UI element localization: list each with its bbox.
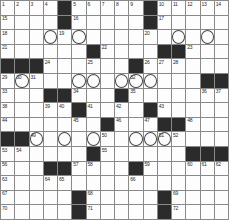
clue-number-68: 68 xyxy=(88,191,93,196)
cell-r12c11[interactable]: 59 xyxy=(144,162,157,176)
cell-r9c11[interactable]: 47 xyxy=(144,118,157,132)
cell-r7c11[interactable] xyxy=(144,89,157,103)
cell-r15c13[interactable]: 72 xyxy=(172,205,185,219)
cell-r2c10[interactable] xyxy=(129,16,142,30)
cell-r10c5[interactable] xyxy=(58,132,71,146)
clue-number-61: 61 xyxy=(202,162,207,167)
crossword-puzzle: 1234567891011121314151617181920212223242… xyxy=(0,0,229,220)
cell-r5c12[interactable]: 27 xyxy=(158,59,171,73)
cell-r3c10[interactable] xyxy=(129,30,142,44)
cell-r15c16[interactable] xyxy=(215,205,228,219)
clue-number-65: 65 xyxy=(59,177,64,182)
black-cell-r15c6 xyxy=(72,205,85,219)
cell-r6c10[interactable]: 32 xyxy=(129,74,142,88)
cell-r11c4[interactable] xyxy=(44,147,57,161)
cell-r3c7[interactable] xyxy=(87,30,100,44)
clue-number-25: 25 xyxy=(88,60,93,65)
cell-r13c5[interactable]: 65 xyxy=(58,176,71,190)
cell-r3c16[interactable] xyxy=(215,30,228,44)
cell-r2c1[interactable]: 15 xyxy=(1,16,14,30)
cell-r14c15[interactable] xyxy=(201,191,214,205)
black-cell-r5c1 xyxy=(1,59,14,73)
clue-number-53: 53 xyxy=(2,148,7,153)
cell-r3c8[interactable] xyxy=(101,30,114,44)
cell-r7c3[interactable] xyxy=(30,89,43,103)
cell-r6c1[interactable]: 29 xyxy=(1,74,14,88)
cell-r10c6[interactable] xyxy=(72,132,85,146)
cell-r14c14[interactable] xyxy=(186,191,199,205)
clue-number-42: 42 xyxy=(116,104,121,109)
circle-marker xyxy=(72,74,85,88)
cell-r7c6[interactable]: 34 xyxy=(72,89,85,103)
cell-r5c16[interactable] xyxy=(215,59,228,73)
cell-r3c5[interactable]: 19 xyxy=(58,30,71,44)
cell-r3c11[interactable]: 20 xyxy=(144,30,157,44)
clue-number-38: 38 xyxy=(2,104,7,109)
clue-number-3: 3 xyxy=(31,2,33,7)
clue-number-14: 14 xyxy=(216,2,221,7)
cell-r8c8[interactable] xyxy=(101,103,114,117)
cell-r15c2[interactable] xyxy=(15,205,28,219)
cell-r13c2[interactable] xyxy=(15,176,28,190)
cell-r11c9[interactable] xyxy=(115,147,128,161)
cell-r13c6[interactable] xyxy=(72,176,85,190)
black-cell-r9c12 xyxy=(158,118,171,132)
cell-r4c6[interactable] xyxy=(72,45,85,59)
cell-r5c4[interactable]: 24 xyxy=(44,59,57,73)
black-cell-r7c5 xyxy=(58,89,71,103)
cell-r11c2[interactable]: 54 xyxy=(15,147,28,161)
cell-r6c5[interactable] xyxy=(58,74,71,88)
cell-r10c13[interactable]: 52 xyxy=(172,132,185,146)
clue-number-64: 64 xyxy=(45,177,50,182)
cell-r9c3[interactable] xyxy=(30,118,43,132)
cell-r1c2[interactable]: 2 xyxy=(15,1,28,15)
cell-r12c7[interactable]: 58 xyxy=(87,162,100,176)
cell-r6c6[interactable] xyxy=(72,74,85,88)
cell-r1c3[interactable]: 3 xyxy=(30,1,43,15)
clue-number-10: 10 xyxy=(159,2,164,7)
cell-r3c6[interactable] xyxy=(72,30,85,44)
cell-r8c12[interactable]: 43 xyxy=(158,103,171,117)
cell-r15c4[interactable] xyxy=(44,205,57,219)
clue-number-20: 20 xyxy=(145,31,150,36)
cell-r2c13[interactable] xyxy=(172,16,185,30)
cell-r10c14[interactable] xyxy=(186,132,199,146)
cell-r10c16[interactable] xyxy=(215,132,228,146)
clue-number-39: 39 xyxy=(45,104,50,109)
clue-number-54: 54 xyxy=(16,148,21,153)
cell-r10c8[interactable]: 50 xyxy=(101,132,114,146)
cell-r8c5[interactable]: 40 xyxy=(58,103,71,117)
cell-r4c4[interactable] xyxy=(44,45,57,59)
cell-r10c3[interactable]: 49 xyxy=(30,132,43,146)
circle-marker xyxy=(87,132,100,146)
black-cell-r12c4 xyxy=(44,162,57,176)
cell-r1c7[interactable]: 6 xyxy=(87,1,100,15)
cell-r8c1[interactable]: 38 xyxy=(1,103,14,117)
cell-r8c10[interactable] xyxy=(129,103,142,117)
cell-r6c11[interactable] xyxy=(144,74,157,88)
circle-marker xyxy=(129,74,142,88)
cell-r7c13[interactable] xyxy=(172,89,185,103)
cell-r3c4[interactable] xyxy=(44,30,57,44)
black-cell-r6c15 xyxy=(201,74,214,88)
cell-r1c4[interactable]: 4 xyxy=(44,1,57,15)
clue-number-59: 59 xyxy=(145,162,150,167)
cell-r11c1[interactable]: 53 xyxy=(1,147,14,161)
clue-number-22: 22 xyxy=(102,45,107,50)
cell-r13c7[interactable] xyxy=(87,176,100,190)
cell-r13c16[interactable] xyxy=(215,176,228,190)
cell-r14c8[interactable] xyxy=(101,191,114,205)
cell-r4c3[interactable] xyxy=(30,45,43,59)
cell-r4c16[interactable] xyxy=(215,45,228,59)
cell-r6c12[interactable] xyxy=(158,74,171,88)
cell-r8c3[interactable] xyxy=(30,103,43,117)
clue-number-69: 69 xyxy=(173,191,178,196)
clue-number-15: 15 xyxy=(2,16,7,21)
cell-r9c14[interactable]: 48 xyxy=(186,118,199,132)
clue-number-48: 48 xyxy=(187,118,192,123)
cell-r2c12[interactable]: 17 xyxy=(158,16,171,30)
clue-number-11: 11 xyxy=(173,2,178,7)
cell-r13c14[interactable] xyxy=(186,176,199,190)
cell-r5c9[interactable] xyxy=(115,59,128,73)
cell-r7c15[interactable]: 36 xyxy=(201,89,214,103)
cell-r12c12[interactable] xyxy=(158,162,171,176)
cell-r13c12[interactable] xyxy=(158,176,171,190)
cell-r10c11[interactable] xyxy=(144,132,157,146)
circle-marker xyxy=(87,74,100,88)
cell-r12c8[interactable] xyxy=(101,162,114,176)
clue-number-47: 47 xyxy=(145,118,150,123)
cell-r6c9[interactable] xyxy=(115,74,128,88)
cell-r10c12[interactable]: 51 xyxy=(158,132,171,146)
clue-number-19: 19 xyxy=(59,31,64,36)
cell-r7c1[interactable]: 33 xyxy=(1,89,14,103)
cell-r8c9[interactable]: 42 xyxy=(115,103,128,117)
cell-r5c11[interactable]: 26 xyxy=(144,59,157,73)
cell-r7c7[interactable] xyxy=(87,89,100,103)
cell-r10c4[interactable] xyxy=(44,132,57,146)
cell-r10c10[interactable] xyxy=(129,132,142,146)
cell-r6c8[interactable] xyxy=(101,74,114,88)
cell-r8c4[interactable]: 39 xyxy=(44,103,57,117)
cell-r15c14[interactable] xyxy=(186,205,199,219)
cell-r2c15[interactable] xyxy=(201,16,214,30)
cell-r11c8[interactable]: 55 xyxy=(101,147,114,161)
cell-r3c12[interactable] xyxy=(158,30,171,44)
cell-r6c3[interactable]: 31 xyxy=(30,74,43,88)
cell-r9c16[interactable] xyxy=(215,118,228,132)
clue-number-67: 67 xyxy=(2,191,7,196)
black-cell-r7c9 xyxy=(115,89,128,103)
black-cell-r9c13 xyxy=(172,118,185,132)
cell-r8c13[interactable] xyxy=(172,103,185,117)
clue-number-40: 40 xyxy=(59,104,64,109)
cell-r8c7[interactable]: 41 xyxy=(87,103,100,117)
cell-r3c3[interactable] xyxy=(30,30,43,44)
cell-r12c3[interactable] xyxy=(30,162,43,176)
cell-r2c9[interactable] xyxy=(115,16,128,30)
clue-number-7: 7 xyxy=(102,2,104,7)
clue-number-24: 24 xyxy=(45,60,50,65)
cell-r4c8[interactable]: 22 xyxy=(101,45,114,59)
cell-r2c4[interactable] xyxy=(44,16,57,30)
cell-r3c9[interactable] xyxy=(115,30,128,44)
cell-r2c8[interactable] xyxy=(101,16,114,30)
cell-r14c11[interactable] xyxy=(144,191,157,205)
clue-number-58: 58 xyxy=(88,162,93,167)
clue-number-52: 52 xyxy=(173,133,178,138)
cell-r2c16[interactable] xyxy=(215,16,228,30)
cell-r1c10[interactable]: 9 xyxy=(129,1,142,15)
cell-r12c16[interactable]: 62 xyxy=(215,162,228,176)
cell-r2c14[interactable] xyxy=(186,16,199,30)
circle-marker xyxy=(72,30,85,44)
cell-r9c1[interactable]: 44 xyxy=(1,118,14,132)
crossword-board: 1234567891011121314151617181920212223242… xyxy=(0,0,229,220)
cell-r9c5[interactable] xyxy=(58,118,71,132)
black-cell-r1c11 xyxy=(144,1,157,15)
cell-r1c12[interactable]: 10 xyxy=(158,1,171,15)
cell-r1c13[interactable]: 11 xyxy=(172,1,185,15)
cell-r7c2[interactable] xyxy=(15,89,28,103)
cell-r13c10[interactable]: 66 xyxy=(129,176,142,190)
black-cell-r10c2 xyxy=(15,132,28,146)
black-cell-r14c6 xyxy=(72,191,85,205)
black-cell-r4c7 xyxy=(87,45,100,59)
black-cell-r5c2 xyxy=(15,59,28,73)
black-cell-r1c5 xyxy=(58,1,71,15)
cell-r7c12[interactable] xyxy=(158,89,171,103)
black-cell-r4c13 xyxy=(172,45,185,59)
clue-number-5: 5 xyxy=(73,2,75,7)
cell-r14c7[interactable]: 68 xyxy=(87,191,100,205)
cell-r14c4[interactable] xyxy=(44,191,57,205)
black-cell-r2c11 xyxy=(144,16,157,30)
cell-r14c9[interactable] xyxy=(115,191,128,205)
cell-r3c13[interactable] xyxy=(172,30,185,44)
cell-r2c3[interactable] xyxy=(30,16,43,30)
cell-r15c8[interactable] xyxy=(101,205,114,219)
clue-number-37: 37 xyxy=(216,89,221,94)
circle-marker xyxy=(158,132,171,146)
clue-number-21: 21 xyxy=(2,45,7,50)
cell-r14c3[interactable] xyxy=(30,191,43,205)
cell-r14c2[interactable] xyxy=(15,191,28,205)
cell-r9c9[interactable]: 46 xyxy=(115,118,128,132)
cell-r15c15[interactable] xyxy=(201,205,214,219)
cell-r5c14[interactable] xyxy=(186,59,199,73)
cell-r1c14[interactable]: 12 xyxy=(186,1,199,15)
cell-r3c15[interactable] xyxy=(201,30,214,44)
cell-r14c1[interactable]: 67 xyxy=(1,191,14,205)
cell-r12c13[interactable] xyxy=(172,162,185,176)
cell-r5c8[interactable] xyxy=(101,59,114,73)
cell-r11c3[interactable] xyxy=(30,147,43,161)
cell-r8c2[interactable] xyxy=(15,103,28,117)
black-cell-r14c12 xyxy=(158,191,171,205)
cell-r7c16[interactable]: 37 xyxy=(215,89,228,103)
cell-r15c1[interactable]: 70 xyxy=(1,205,14,219)
cell-r5c6[interactable] xyxy=(72,59,85,73)
circle-marker xyxy=(201,30,214,44)
cell-r10c15[interactable] xyxy=(201,132,214,146)
cell-r4c2[interactable] xyxy=(15,45,28,59)
clue-number-36: 36 xyxy=(202,89,207,94)
clue-number-50: 50 xyxy=(102,133,107,138)
clue-number-18: 18 xyxy=(2,31,7,36)
cell-r15c9[interactable] xyxy=(115,205,128,219)
circle-marker xyxy=(58,132,71,146)
clue-number-60: 60 xyxy=(187,162,192,167)
clue-number-44: 44 xyxy=(2,118,7,123)
cell-r7c8[interactable] xyxy=(101,89,114,103)
cell-r15c5[interactable] xyxy=(58,205,71,219)
circle-marker xyxy=(144,132,157,146)
cell-r6c13[interactable] xyxy=(172,74,185,88)
cell-r7c10[interactable]: 35 xyxy=(129,89,142,103)
cell-r11c13[interactable] xyxy=(172,147,185,161)
cell-r4c5[interactable] xyxy=(58,45,71,59)
cell-r1c9[interactable]: 8 xyxy=(115,1,128,15)
black-cell-r2c5 xyxy=(58,16,71,30)
black-cell-r12c10 xyxy=(129,162,142,176)
cell-r1c16[interactable]: 14 xyxy=(215,1,228,15)
clue-number-66: 66 xyxy=(130,177,135,182)
clue-number-46: 46 xyxy=(116,118,121,123)
cell-r1c15[interactable]: 13 xyxy=(201,1,214,15)
cell-r9c10[interactable] xyxy=(129,118,142,132)
cell-r1c1[interactable]: 1 xyxy=(1,1,14,15)
cell-r14c13[interactable]: 69 xyxy=(172,191,185,205)
cell-r13c1[interactable]: 63 xyxy=(1,176,14,190)
cell-r8c15[interactable] xyxy=(201,103,214,117)
cell-r8c14[interactable] xyxy=(186,103,199,117)
cell-r13c15[interactable] xyxy=(201,176,214,190)
cell-r5c5[interactable] xyxy=(58,59,71,73)
cell-r4c9[interactable] xyxy=(115,45,128,59)
black-cell-r11c14 xyxy=(186,147,199,161)
cell-r6c2[interactable]: 30 xyxy=(15,74,28,88)
cell-r5c15[interactable] xyxy=(201,59,214,73)
cell-r6c14[interactable] xyxy=(186,74,199,88)
cell-r13c13[interactable] xyxy=(172,176,185,190)
cell-r4c10[interactable] xyxy=(129,45,142,59)
clue-number-72: 72 xyxy=(173,206,178,211)
cell-r5c13[interactable]: 28 xyxy=(172,59,185,73)
cell-r12c1[interactable]: 56 xyxy=(1,162,14,176)
cell-r4c1[interactable]: 21 xyxy=(1,45,14,59)
clue-number-71: 71 xyxy=(88,206,93,211)
circle-marker xyxy=(144,74,157,88)
black-cell-r12c5 xyxy=(58,162,71,176)
cell-r6c4[interactable] xyxy=(44,74,57,88)
black-cell-r10c1 xyxy=(1,132,14,146)
cell-r7c14[interactable] xyxy=(186,89,199,103)
clue-number-2: 2 xyxy=(16,2,18,7)
cell-r3c2[interactable] xyxy=(15,30,28,44)
cell-r10c7[interactable] xyxy=(87,132,100,146)
cell-r12c2[interactable] xyxy=(15,162,28,176)
cell-r15c10[interactable] xyxy=(129,205,142,219)
cell-r14c16[interactable] xyxy=(215,191,228,205)
cell-r13c8[interactable] xyxy=(101,176,114,190)
clue-number-16: 16 xyxy=(73,16,78,21)
circle-marker xyxy=(44,30,57,44)
clue-number-6: 6 xyxy=(88,2,90,7)
cell-r11c6[interactable] xyxy=(72,147,85,161)
clue-number-56: 56 xyxy=(2,162,7,167)
cell-r3c14[interactable] xyxy=(186,30,199,44)
cell-r13c4[interactable]: 64 xyxy=(44,176,57,190)
cell-r5c7[interactable]: 25 xyxy=(87,59,100,73)
clue-number-27: 27 xyxy=(159,60,164,65)
cell-r3c1[interactable]: 18 xyxy=(1,30,14,44)
black-cell-r7c4 xyxy=(44,89,57,103)
cell-r15c7[interactable]: 71 xyxy=(87,205,100,219)
cell-r4c15[interactable] xyxy=(201,45,214,59)
cell-r4c11[interactable] xyxy=(144,45,157,59)
cell-r14c5[interactable] xyxy=(58,191,71,205)
black-cell-r8c11 xyxy=(144,103,157,117)
black-cell-r9c8 xyxy=(101,118,114,132)
cell-r9c7[interactable] xyxy=(87,118,100,132)
cell-r9c6[interactable]: 45 xyxy=(72,118,85,132)
black-cell-r11c16 xyxy=(215,147,228,161)
cell-r12c15[interactable]: 61 xyxy=(201,162,214,176)
cell-r15c11[interactable] xyxy=(144,205,157,219)
cell-r2c6[interactable]: 16 xyxy=(72,16,85,30)
clue-number-41: 41 xyxy=(88,104,93,109)
cell-r13c3[interactable] xyxy=(30,176,43,190)
cell-r6c7[interactable] xyxy=(87,74,100,88)
cell-r1c6[interactable]: 5 xyxy=(72,1,85,15)
cell-r9c2[interactable] xyxy=(15,118,28,132)
cell-r12c6[interactable]: 57 xyxy=(72,162,85,176)
cell-r4c14[interactable]: 23 xyxy=(186,45,199,59)
cell-r1c8[interactable]: 7 xyxy=(101,1,114,15)
cell-r10c9[interactable] xyxy=(115,132,128,146)
cell-r13c9[interactable] xyxy=(115,176,128,190)
cell-r11c11[interactable] xyxy=(144,147,157,161)
cell-r11c10[interactable] xyxy=(129,147,142,161)
cell-r13c11[interactable] xyxy=(144,176,157,190)
circle-marker xyxy=(30,132,43,146)
cell-r2c2[interactable] xyxy=(15,16,28,30)
cell-r15c3[interactable] xyxy=(30,205,43,219)
clue-number-57: 57 xyxy=(73,162,78,167)
black-cell-r6c16 xyxy=(215,74,228,88)
clue-number-34: 34 xyxy=(73,89,78,94)
cell-r9c4[interactable] xyxy=(44,118,57,132)
circle-marker xyxy=(129,132,142,146)
cell-r8c16[interactable] xyxy=(215,103,228,117)
cell-r11c5[interactable] xyxy=(58,147,71,161)
cell-r9c15[interactable] xyxy=(201,118,214,132)
cell-r11c12[interactable] xyxy=(158,147,171,161)
cell-r12c14[interactable]: 60 xyxy=(186,162,199,176)
clue-number-62: 62 xyxy=(216,162,221,167)
clue-number-8: 8 xyxy=(116,2,118,7)
cell-r12c9[interactable] xyxy=(115,162,128,176)
circle-marker xyxy=(15,74,28,88)
clue-number-33: 33 xyxy=(2,89,7,94)
cell-r2c7[interactable] xyxy=(87,16,100,30)
cell-r14c10[interactable] xyxy=(129,191,142,205)
